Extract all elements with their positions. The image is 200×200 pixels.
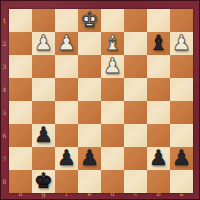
square-d3[interactable]: ♟ xyxy=(101,55,124,78)
square-g7[interactable] xyxy=(32,147,55,170)
square-e7[interactable]: ♟ xyxy=(78,147,101,170)
square-g6[interactable]: ♟ xyxy=(32,124,55,147)
square-e3[interactable] xyxy=(78,55,101,78)
white-bishop-d2[interactable]: ♝ xyxy=(103,32,122,55)
black-pawn-g6[interactable]: ♟ xyxy=(34,124,53,147)
square-a5[interactable] xyxy=(170,101,193,124)
square-g4[interactable] xyxy=(32,78,55,101)
square-h4[interactable] xyxy=(9,78,32,101)
square-b2[interactable]: ♝ xyxy=(147,32,170,55)
square-h3[interactable] xyxy=(9,55,32,78)
chess-board[interactable]: ♚♟♟♝♝♟♟♟♟♟♟♟♚ xyxy=(9,9,193,193)
square-f1[interactable] xyxy=(55,9,78,32)
square-c6[interactable] xyxy=(124,124,147,147)
square-b6[interactable] xyxy=(147,124,170,147)
square-c2[interactable] xyxy=(124,32,147,55)
square-e2[interactable] xyxy=(78,32,101,55)
square-d8[interactable] xyxy=(101,170,124,193)
rank-labels: 12345678 xyxy=(0,9,9,193)
rank-label-3: 3 xyxy=(0,55,9,78)
square-f6[interactable] xyxy=(55,124,78,147)
square-f3[interactable] xyxy=(55,55,78,78)
square-h2[interactable] xyxy=(9,32,32,55)
square-c5[interactable] xyxy=(124,101,147,124)
square-g2[interactable]: ♟ xyxy=(32,32,55,55)
square-e4[interactable] xyxy=(78,78,101,101)
square-h1[interactable] xyxy=(9,9,32,32)
square-a2[interactable]: ♟ xyxy=(170,32,193,55)
square-f4[interactable] xyxy=(55,78,78,101)
square-f2[interactable]: ♟ xyxy=(55,32,78,55)
white-pawn-a2[interactable]: ♟ xyxy=(172,32,191,55)
square-b8[interactable] xyxy=(147,170,170,193)
white-pawn-g2[interactable]: ♟ xyxy=(34,32,53,55)
square-a6[interactable] xyxy=(170,124,193,147)
black-bishop-b2[interactable]: ♝ xyxy=(149,32,168,55)
square-c7[interactable] xyxy=(124,147,147,170)
square-h7[interactable] xyxy=(9,147,32,170)
square-f7[interactable]: ♟ xyxy=(55,147,78,170)
black-pawn-f7[interactable]: ♟ xyxy=(57,147,76,170)
square-f8[interactable] xyxy=(55,170,78,193)
square-e5[interactable] xyxy=(78,101,101,124)
square-a1[interactable] xyxy=(170,9,193,32)
rank-label-6: 6 xyxy=(0,124,9,147)
square-d4[interactable] xyxy=(101,78,124,101)
white-pawn-d3[interactable]: ♟ xyxy=(103,55,122,78)
square-h5[interactable] xyxy=(9,101,32,124)
square-e6[interactable] xyxy=(78,124,101,147)
square-b7[interactable]: ♟ xyxy=(147,147,170,170)
black-pawn-a7[interactable]: ♟ xyxy=(172,147,191,170)
square-e1[interactable]: ♚ xyxy=(78,9,101,32)
white-pawn-f2[interactable]: ♟ xyxy=(57,32,76,55)
square-g8[interactable]: ♚ xyxy=(32,170,55,193)
square-a7[interactable]: ♟ xyxy=(170,147,193,170)
square-f5[interactable] xyxy=(55,101,78,124)
square-a4[interactable] xyxy=(170,78,193,101)
square-c1[interactable] xyxy=(124,9,147,32)
square-b3[interactable] xyxy=(147,55,170,78)
square-a3[interactable] xyxy=(170,55,193,78)
square-c3[interactable] xyxy=(124,55,147,78)
square-b4[interactable] xyxy=(147,78,170,101)
square-d5[interactable] xyxy=(101,101,124,124)
square-d2[interactable]: ♝ xyxy=(101,32,124,55)
rank-label-8: 8 xyxy=(0,170,9,193)
rank-label-1: 1 xyxy=(0,9,9,32)
square-h8[interactable] xyxy=(9,170,32,193)
black-pawn-b7[interactable]: ♟ xyxy=(149,147,168,170)
square-d7[interactable] xyxy=(101,147,124,170)
square-d1[interactable] xyxy=(101,9,124,32)
square-g1[interactable] xyxy=(32,9,55,32)
rank-label-2: 2 xyxy=(0,32,9,55)
black-pawn-e7[interactable]: ♟ xyxy=(80,147,99,170)
square-e8[interactable] xyxy=(78,170,101,193)
black-king-g8[interactable]: ♚ xyxy=(34,170,53,193)
white-king-e1[interactable]: ♚ xyxy=(80,9,99,32)
chess-board-frame: 12345678 hgfedcba ♚♟♟♝♝♟♟♟♟♟♟♟♚ xyxy=(0,0,200,200)
square-g5[interactable] xyxy=(32,101,55,124)
rank-label-4: 4 xyxy=(0,78,9,101)
square-b1[interactable] xyxy=(147,9,170,32)
square-c8[interactable] xyxy=(124,170,147,193)
square-c4[interactable] xyxy=(124,78,147,101)
square-d6[interactable] xyxy=(101,124,124,147)
square-b5[interactable] xyxy=(147,101,170,124)
square-h6[interactable] xyxy=(9,124,32,147)
square-g3[interactable] xyxy=(32,55,55,78)
rank-label-5: 5 xyxy=(0,101,9,124)
square-a8[interactable] xyxy=(170,170,193,193)
rank-label-7: 7 xyxy=(0,147,9,170)
